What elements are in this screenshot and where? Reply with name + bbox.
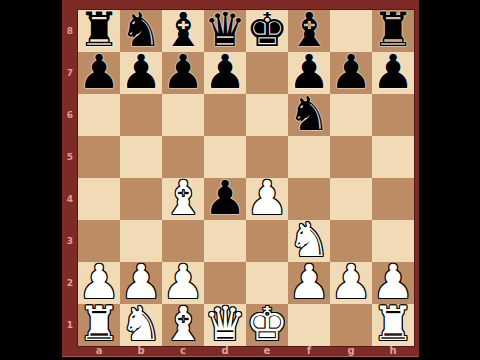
- square-a6[interactable]: [78, 94, 120, 136]
- square-c6[interactable]: [162, 94, 204, 136]
- piece-black-knight[interactable]: ♞: [288, 90, 330, 137]
- square-g4[interactable]: [330, 178, 372, 220]
- rank-label-2: 2: [62, 262, 78, 304]
- square-e4[interactable]: ♟: [246, 178, 288, 220]
- square-e7[interactable]: [246, 52, 288, 94]
- square-b1[interactable]: ♞: [120, 304, 162, 346]
- square-f5[interactable]: [288, 136, 330, 178]
- rank-label-7: 7: [62, 52, 78, 94]
- piece-black-pawn[interactable]: ♟: [78, 48, 120, 95]
- square-d4[interactable]: ♟: [204, 178, 246, 220]
- piece-white-pawn[interactable]: ♟: [330, 258, 372, 305]
- square-g1[interactable]: [330, 304, 372, 346]
- chess-board[interactable]: ♜♞♝♛♚♝♜♟♟♟♟♟♟♟♞♝♟♟♞♟♟♟♟♟♟♜♞♝♛♚♜: [78, 10, 414, 346]
- piece-white-queen[interactable]: ♛: [204, 300, 246, 347]
- square-a1[interactable]: ♜: [78, 304, 120, 346]
- square-g7[interactable]: ♟: [330, 52, 372, 94]
- square-g2[interactable]: ♟: [330, 262, 372, 304]
- file-label-a: a: [78, 344, 120, 357]
- file-label-f: f: [288, 344, 330, 357]
- square-f6[interactable]: ♞: [288, 94, 330, 136]
- file-label-h: h: [372, 344, 414, 357]
- square-a5[interactable]: [78, 136, 120, 178]
- rank-label-5: 5: [62, 136, 78, 178]
- piece-white-rook[interactable]: ♜: [372, 300, 414, 347]
- piece-black-pawn[interactable]: ♟: [162, 48, 204, 95]
- board-frame: 87654321 ♜♞♝♛♚♝♜♟♟♟♟♟♟♟♞♝♟♟♞♟♟♟♟♟♟♜♞♝♛♚♜…: [62, 0, 419, 357]
- square-d6[interactable]: [204, 94, 246, 136]
- file-labels: abcdefgh: [78, 344, 414, 357]
- square-e3[interactable]: [246, 220, 288, 262]
- rank-label-8: 8: [62, 10, 78, 52]
- piece-white-pawn[interactable]: ♟: [288, 258, 330, 305]
- rank-labels: 87654321: [62, 10, 78, 346]
- video-frame: 87654321 ♜♞♝♛♚♝♜♟♟♟♟♟♟♟♞♝♟♟♞♟♟♟♟♟♟♜♞♝♛♚♜…: [0, 0, 480, 360]
- piece-white-knight[interactable]: ♞: [120, 300, 162, 347]
- file-label-d: d: [204, 344, 246, 357]
- piece-black-pawn[interactable]: ♟: [120, 48, 162, 95]
- square-d7[interactable]: ♟: [204, 52, 246, 94]
- square-b4[interactable]: [120, 178, 162, 220]
- square-c1[interactable]: ♝: [162, 304, 204, 346]
- square-d3[interactable]: [204, 220, 246, 262]
- square-h5[interactable]: [372, 136, 414, 178]
- square-f2[interactable]: ♟: [288, 262, 330, 304]
- piece-white-bishop[interactable]: ♝: [162, 300, 204, 347]
- piece-white-bishop[interactable]: ♝: [162, 174, 204, 221]
- piece-white-rook[interactable]: ♜: [78, 300, 120, 347]
- square-e1[interactable]: ♚: [246, 304, 288, 346]
- rank-label-1: 1: [62, 304, 78, 346]
- square-h1[interactable]: ♜: [372, 304, 414, 346]
- rank-label-4: 4: [62, 178, 78, 220]
- piece-white-king[interactable]: ♚: [246, 300, 288, 347]
- square-g5[interactable]: [330, 136, 372, 178]
- square-h6[interactable]: [372, 94, 414, 136]
- square-c7[interactable]: ♟: [162, 52, 204, 94]
- square-h7[interactable]: ♟: [372, 52, 414, 94]
- piece-black-pawn[interactable]: ♟: [330, 48, 372, 95]
- square-a4[interactable]: [78, 178, 120, 220]
- square-b6[interactable]: [120, 94, 162, 136]
- piece-white-pawn[interactable]: ♟: [246, 174, 288, 221]
- square-b5[interactable]: [120, 136, 162, 178]
- square-h4[interactable]: [372, 178, 414, 220]
- square-d1[interactable]: ♛: [204, 304, 246, 346]
- square-g6[interactable]: [330, 94, 372, 136]
- file-label-b: b: [120, 344, 162, 357]
- square-e6[interactable]: [246, 94, 288, 136]
- file-label-g: g: [330, 344, 372, 357]
- square-c4[interactable]: ♝: [162, 178, 204, 220]
- rank-label-6: 6: [62, 94, 78, 136]
- piece-black-pawn[interactable]: ♟: [204, 48, 246, 95]
- square-f1[interactable]: [288, 304, 330, 346]
- file-label-e: e: [246, 344, 288, 357]
- piece-black-pawn[interactable]: ♟: [204, 174, 246, 221]
- piece-black-pawn[interactable]: ♟: [372, 48, 414, 95]
- piece-black-king[interactable]: ♚: [246, 6, 288, 53]
- rank-label-3: 3: [62, 220, 78, 262]
- square-b7[interactable]: ♟: [120, 52, 162, 94]
- square-a7[interactable]: ♟: [78, 52, 120, 94]
- file-label-c: c: [162, 344, 204, 357]
- square-e8[interactable]: ♚: [246, 10, 288, 52]
